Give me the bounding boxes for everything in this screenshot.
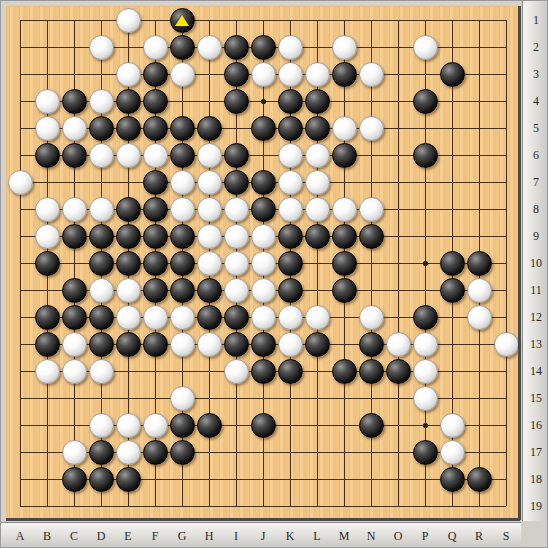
black-stone-J13 bbox=[251, 332, 276, 357]
black-stone-J2 bbox=[251, 35, 276, 60]
col-label-E: E bbox=[124, 529, 131, 544]
white-stone-S13 bbox=[494, 332, 519, 357]
white-stone-L8 bbox=[305, 197, 330, 222]
black-stone-L5 bbox=[305, 116, 330, 141]
black-stone-L13 bbox=[305, 332, 330, 357]
black-stone-K5 bbox=[278, 116, 303, 141]
col-label-K: K bbox=[286, 529, 295, 544]
white-stone-B4 bbox=[35, 89, 60, 114]
white-stone-F16 bbox=[143, 413, 168, 438]
col-label-M: M bbox=[339, 529, 350, 544]
black-stone-I3 bbox=[224, 62, 249, 87]
black-stone-I6 bbox=[224, 143, 249, 168]
white-stone-K8 bbox=[278, 197, 303, 222]
white-stone-G8 bbox=[170, 197, 195, 222]
row-label-13: 13 bbox=[530, 337, 542, 352]
white-stone-H13 bbox=[197, 332, 222, 357]
column-coordinate-strip: ABCDEFGHIJKLMNOPQRS bbox=[1, 522, 521, 548]
white-stone-P14 bbox=[413, 359, 438, 384]
black-stone-E9 bbox=[116, 224, 141, 249]
white-stone-P15 bbox=[413, 386, 438, 411]
white-stone-K13 bbox=[278, 332, 303, 357]
black-stone-K10 bbox=[278, 251, 303, 276]
white-stone-F12 bbox=[143, 305, 168, 330]
board-right-edge bbox=[518, 6, 521, 520]
white-stone-D4 bbox=[89, 89, 114, 114]
black-stone-D10 bbox=[89, 251, 114, 276]
white-stone-K2 bbox=[278, 35, 303, 60]
row-label-4: 4 bbox=[533, 94, 539, 109]
row-label-7: 7 bbox=[533, 175, 539, 190]
strip-corner bbox=[522, 522, 548, 548]
white-stone-Q16 bbox=[440, 413, 465, 438]
white-stone-C14 bbox=[62, 359, 87, 384]
black-stone-P4 bbox=[413, 89, 438, 114]
col-label-S: S bbox=[503, 529, 510, 544]
white-stone-D2 bbox=[89, 35, 114, 60]
black-stone-Q10 bbox=[440, 251, 465, 276]
white-stone-E1 bbox=[116, 8, 141, 33]
black-stone-F4 bbox=[143, 89, 168, 114]
white-stone-G13 bbox=[170, 332, 195, 357]
black-stone-B6 bbox=[35, 143, 60, 168]
white-stone-G12 bbox=[170, 305, 195, 330]
col-label-Q: Q bbox=[448, 529, 457, 544]
white-stone-L7 bbox=[305, 170, 330, 195]
go-app-window: ABCDEFGHIJKLMNOPQRS 12345678910111213141… bbox=[0, 0, 548, 548]
white-stone-D16 bbox=[89, 413, 114, 438]
white-stone-H8 bbox=[197, 197, 222, 222]
white-stone-H7 bbox=[197, 170, 222, 195]
row-label-14: 14 bbox=[530, 364, 542, 379]
white-stone-P2 bbox=[413, 35, 438, 60]
white-stone-C13 bbox=[62, 332, 87, 357]
col-label-C: C bbox=[70, 529, 78, 544]
col-label-I: I bbox=[234, 529, 238, 544]
row-label-2: 2 bbox=[533, 40, 539, 55]
white-stone-E12 bbox=[116, 305, 141, 330]
black-stone-C9 bbox=[62, 224, 87, 249]
white-stone-K7 bbox=[278, 170, 303, 195]
black-stone-P17 bbox=[413, 440, 438, 465]
black-stone-N9 bbox=[359, 224, 384, 249]
black-stone-Q3 bbox=[440, 62, 465, 87]
black-stone-M3 bbox=[332, 62, 357, 87]
white-stone-K3 bbox=[278, 62, 303, 87]
white-stone-P13 bbox=[413, 332, 438, 357]
black-stone-G9 bbox=[170, 224, 195, 249]
white-stone-F6 bbox=[143, 143, 168, 168]
black-stone-B12 bbox=[35, 305, 60, 330]
black-stone-F10 bbox=[143, 251, 168, 276]
white-stone-Q17 bbox=[440, 440, 465, 465]
row-label-11: 11 bbox=[530, 283, 542, 298]
black-stone-G5 bbox=[170, 116, 195, 141]
black-stone-M14 bbox=[332, 359, 357, 384]
black-stone-F7 bbox=[143, 170, 168, 195]
col-label-H: H bbox=[205, 529, 214, 544]
black-stone-D17 bbox=[89, 440, 114, 465]
white-stone-B9 bbox=[35, 224, 60, 249]
black-stone-P6 bbox=[413, 143, 438, 168]
black-stone-J14 bbox=[251, 359, 276, 384]
white-stone-B14 bbox=[35, 359, 60, 384]
black-stone-E10 bbox=[116, 251, 141, 276]
black-stone-H11 bbox=[197, 278, 222, 303]
black-stone-C4 bbox=[62, 89, 87, 114]
white-stone-C8 bbox=[62, 197, 87, 222]
black-stone-D9 bbox=[89, 224, 114, 249]
board-bottom-edge bbox=[6, 518, 520, 521]
row-label-10: 10 bbox=[530, 256, 542, 271]
row-label-12: 12 bbox=[530, 310, 542, 325]
white-stone-H9 bbox=[197, 224, 222, 249]
black-stone-E13 bbox=[116, 332, 141, 357]
row-label-19: 19 bbox=[530, 499, 542, 514]
black-stone-N14 bbox=[359, 359, 384, 384]
black-stone-C11 bbox=[62, 278, 87, 303]
row-coordinate-strip: 12345678910111213141516171819 bbox=[522, 1, 548, 521]
col-label-F: F bbox=[152, 529, 159, 544]
white-stone-N8 bbox=[359, 197, 384, 222]
white-stone-H6 bbox=[197, 143, 222, 168]
black-stone-H5 bbox=[197, 116, 222, 141]
black-stone-N16 bbox=[359, 413, 384, 438]
white-stone-J11 bbox=[251, 278, 276, 303]
white-stone-L3 bbox=[305, 62, 330, 87]
white-stone-G3 bbox=[170, 62, 195, 87]
col-label-L: L bbox=[313, 529, 320, 544]
white-stone-R11 bbox=[467, 278, 492, 303]
row-label-17: 17 bbox=[530, 445, 542, 460]
white-stone-B8 bbox=[35, 197, 60, 222]
black-stone-L9 bbox=[305, 224, 330, 249]
white-stone-N3 bbox=[359, 62, 384, 87]
black-stone-Q18 bbox=[440, 467, 465, 492]
white-stone-G7 bbox=[170, 170, 195, 195]
white-stone-A7 bbox=[8, 170, 33, 195]
row-label-16: 16 bbox=[530, 418, 542, 433]
white-stone-J9 bbox=[251, 224, 276, 249]
black-stone-C12 bbox=[62, 305, 87, 330]
white-stone-L6 bbox=[305, 143, 330, 168]
white-stone-E3 bbox=[116, 62, 141, 87]
black-stone-G11 bbox=[170, 278, 195, 303]
white-stone-I10 bbox=[224, 251, 249, 276]
black-stone-J5 bbox=[251, 116, 276, 141]
white-stone-I11 bbox=[224, 278, 249, 303]
white-stone-E6 bbox=[116, 143, 141, 168]
black-stone-M9 bbox=[332, 224, 357, 249]
white-stone-E11 bbox=[116, 278, 141, 303]
white-stone-K12 bbox=[278, 305, 303, 330]
col-label-P: P bbox=[422, 529, 429, 544]
black-stone-J7 bbox=[251, 170, 276, 195]
black-stone-O14 bbox=[386, 359, 411, 384]
row-label-3: 3 bbox=[533, 67, 539, 82]
white-stone-G15 bbox=[170, 386, 195, 411]
white-stone-J3 bbox=[251, 62, 276, 87]
white-stone-M5 bbox=[332, 116, 357, 141]
white-stone-D11 bbox=[89, 278, 114, 303]
black-stone-M11 bbox=[332, 278, 357, 303]
black-stone-G17 bbox=[170, 440, 195, 465]
white-stone-M2 bbox=[332, 35, 357, 60]
black-stone-K11 bbox=[278, 278, 303, 303]
col-label-J: J bbox=[261, 529, 266, 544]
row-label-1: 1 bbox=[533, 13, 539, 28]
white-stone-L12 bbox=[305, 305, 330, 330]
black-stone-G16 bbox=[170, 413, 195, 438]
black-stone-F9 bbox=[143, 224, 168, 249]
white-stone-K6 bbox=[278, 143, 303, 168]
black-stone-D12 bbox=[89, 305, 114, 330]
col-label-G: G bbox=[178, 529, 187, 544]
black-stone-B13 bbox=[35, 332, 60, 357]
black-stone-R10 bbox=[467, 251, 492, 276]
black-stone-J8 bbox=[251, 197, 276, 222]
black-stone-D5 bbox=[89, 116, 114, 141]
col-label-R: R bbox=[475, 529, 483, 544]
white-stone-M8 bbox=[332, 197, 357, 222]
black-stone-H12 bbox=[197, 305, 222, 330]
black-stone-H16 bbox=[197, 413, 222, 438]
black-stone-K14 bbox=[278, 359, 303, 384]
black-stone-E8 bbox=[116, 197, 141, 222]
black-stone-I2 bbox=[224, 35, 249, 60]
black-stone-I4 bbox=[224, 89, 249, 114]
white-stone-C5 bbox=[62, 116, 87, 141]
white-stone-R12 bbox=[467, 305, 492, 330]
white-stone-H2 bbox=[197, 35, 222, 60]
white-stone-J10 bbox=[251, 251, 276, 276]
black-stone-F5 bbox=[143, 116, 168, 141]
black-stone-L4 bbox=[305, 89, 330, 114]
white-stone-B5 bbox=[35, 116, 60, 141]
row-label-5: 5 bbox=[533, 121, 539, 136]
black-stone-P12 bbox=[413, 305, 438, 330]
black-stone-F17 bbox=[143, 440, 168, 465]
black-stone-M6 bbox=[332, 143, 357, 168]
white-stone-J12 bbox=[251, 305, 276, 330]
black-stone-R18 bbox=[467, 467, 492, 492]
black-stone-C6 bbox=[62, 143, 87, 168]
black-stone-G6 bbox=[170, 143, 195, 168]
white-stone-N5 bbox=[359, 116, 384, 141]
row-label-15: 15 bbox=[530, 391, 542, 406]
black-stone-I12 bbox=[224, 305, 249, 330]
black-stone-F11 bbox=[143, 278, 168, 303]
col-label-N: N bbox=[367, 529, 376, 544]
col-label-D: D bbox=[97, 529, 106, 544]
black-stone-B10 bbox=[35, 251, 60, 276]
black-stone-E5 bbox=[116, 116, 141, 141]
white-stone-I8 bbox=[224, 197, 249, 222]
white-stone-E16 bbox=[116, 413, 141, 438]
black-stone-C18 bbox=[62, 467, 87, 492]
black-stone-K4 bbox=[278, 89, 303, 114]
white-stone-E17 bbox=[116, 440, 141, 465]
row-label-8: 8 bbox=[533, 202, 539, 217]
white-stone-D6 bbox=[89, 143, 114, 168]
white-stone-D8 bbox=[89, 197, 114, 222]
black-stone-I7 bbox=[224, 170, 249, 195]
black-stone-K9 bbox=[278, 224, 303, 249]
row-label-6: 6 bbox=[533, 148, 539, 163]
col-label-B: B bbox=[43, 529, 51, 544]
white-stone-C17 bbox=[62, 440, 87, 465]
black-stone-Q11 bbox=[440, 278, 465, 303]
white-stone-I14 bbox=[224, 359, 249, 384]
white-stone-F2 bbox=[143, 35, 168, 60]
black-stone-E18 bbox=[116, 467, 141, 492]
black-stone-G10 bbox=[170, 251, 195, 276]
black-stone-E4 bbox=[116, 89, 141, 114]
white-stone-N12 bbox=[359, 305, 384, 330]
black-stone-J16 bbox=[251, 413, 276, 438]
black-stone-D18 bbox=[89, 467, 114, 492]
black-stone-F8 bbox=[143, 197, 168, 222]
black-stone-M10 bbox=[332, 251, 357, 276]
col-label-O: O bbox=[394, 529, 403, 544]
triangle-marker-icon bbox=[175, 15, 189, 26]
white-stone-I9 bbox=[224, 224, 249, 249]
white-stone-D14 bbox=[89, 359, 114, 384]
row-label-18: 18 bbox=[530, 472, 542, 487]
white-stone-H10 bbox=[197, 251, 222, 276]
white-stone-O13 bbox=[386, 332, 411, 357]
row-label-9: 9 bbox=[533, 229, 539, 244]
black-stone-F13 bbox=[143, 332, 168, 357]
black-stone-D13 bbox=[89, 332, 114, 357]
black-stone-I13 bbox=[224, 332, 249, 357]
black-stone-F3 bbox=[143, 62, 168, 87]
col-label-A: A bbox=[16, 529, 25, 544]
black-stone-G2 bbox=[170, 35, 195, 60]
black-stone-N13 bbox=[359, 332, 384, 357]
